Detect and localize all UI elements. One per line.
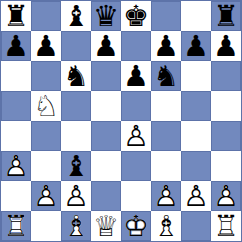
piece-glyph-fill: ♝ <box>61 211 91 241</box>
piece-glyph-outline: ♙ <box>31 181 61 211</box>
piece-glyph-fill: ♚ <box>121 211 151 241</box>
square-h8[interactable]: ♜ <box>211 1 241 31</box>
piece-glyph-outline: ♖ <box>1 211 31 241</box>
piece-glyph: ♞ <box>61 61 91 91</box>
piece-glyph-fill: ♟ <box>121 121 151 151</box>
piece-glyph-fill: ♜ <box>1 211 31 241</box>
piece-glyph-fill: ♛ <box>91 211 121 241</box>
piece-glyph: ♜ <box>1 1 31 31</box>
square-a2[interactable] <box>1 181 31 211</box>
square-g7[interactable]: ♟ <box>181 31 211 61</box>
square-b3[interactable] <box>31 151 61 181</box>
square-g4[interactable] <box>181 121 211 151</box>
piece-glyph-fill: ♟ <box>211 181 241 211</box>
piece-glyph: ♟ <box>151 31 181 61</box>
piece-glyph: ♟ <box>91 31 121 61</box>
square-a3[interactable]: ♟♙ <box>1 151 31 181</box>
piece-glyph: ♝ <box>61 1 91 31</box>
piece-glyph: ♞ <box>151 61 181 91</box>
piece-glyph-fill: ♞ <box>31 91 61 121</box>
square-a7[interactable]: ♟ <box>1 31 31 61</box>
square-f1[interactable]: ♝♗ <box>151 211 181 241</box>
piece-black-queen: ♛ <box>91 1 121 31</box>
chess-board: ♜♝♛♚♜♟♟♟♟♟♟♞♟♞♞♘♟♙♟♙♝♟♙♟♙♟♙♟♙♟♙♜♖♝♗♛♕♚♔♝… <box>0 0 242 242</box>
piece-black-king: ♚ <box>121 1 151 31</box>
square-e8[interactable]: ♚ <box>121 1 151 31</box>
square-c7[interactable] <box>61 31 91 61</box>
piece-glyph-outline: ♕ <box>91 211 121 241</box>
square-b7[interactable]: ♟ <box>31 31 61 61</box>
piece-white-bishop: ♝♗ <box>61 211 91 241</box>
piece-glyph-outline: ♙ <box>181 181 211 211</box>
square-e5[interactable] <box>121 91 151 121</box>
square-h7[interactable]: ♟ <box>211 31 241 61</box>
piece-glyph: ♜ <box>211 1 241 31</box>
square-a5[interactable] <box>1 91 31 121</box>
square-f8[interactable] <box>151 1 181 31</box>
square-d6[interactable] <box>91 61 121 91</box>
piece-glyph: ♟ <box>121 61 151 91</box>
square-c2[interactable]: ♟♙ <box>61 181 91 211</box>
piece-glyph-fill: ♟ <box>1 151 31 181</box>
piece-black-pawn: ♟ <box>31 31 61 61</box>
square-b8[interactable] <box>31 1 61 31</box>
piece-black-pawn: ♟ <box>181 31 211 61</box>
square-e7[interactable] <box>121 31 151 61</box>
square-g6[interactable] <box>181 61 211 91</box>
piece-glyph: ♚ <box>121 1 151 31</box>
square-d8[interactable]: ♛ <box>91 1 121 31</box>
square-f3[interactable] <box>151 151 181 181</box>
square-c4[interactable] <box>61 121 91 151</box>
square-f2[interactable]: ♟♙ <box>151 181 181 211</box>
square-b4[interactable] <box>31 121 61 151</box>
piece-glyph: ♟ <box>181 31 211 61</box>
piece-glyph-outline: ♙ <box>1 151 31 181</box>
square-b2[interactable]: ♟♙ <box>31 181 61 211</box>
piece-glyph-outline: ♙ <box>61 181 91 211</box>
piece-glyph-fill: ♟ <box>181 181 211 211</box>
square-a4[interactable] <box>1 121 31 151</box>
square-h1[interactable]: ♜♖ <box>211 211 241 241</box>
piece-white-rook: ♜♖ <box>211 211 241 241</box>
piece-glyph: ♝ <box>61 151 91 181</box>
square-e2[interactable] <box>121 181 151 211</box>
square-h2[interactable]: ♟♙ <box>211 181 241 211</box>
square-h5[interactable] <box>211 91 241 121</box>
piece-glyph-outline: ♖ <box>211 211 241 241</box>
piece-glyph-outline: ♗ <box>61 211 91 241</box>
square-b5[interactable]: ♞♘ <box>31 91 61 121</box>
piece-glyph: ♟ <box>211 31 241 61</box>
square-f7[interactable]: ♟ <box>151 31 181 61</box>
square-g8[interactable] <box>181 1 211 31</box>
square-d5[interactable] <box>91 91 121 121</box>
piece-glyph: ♟ <box>31 31 61 61</box>
piece-glyph-outline: ♙ <box>121 121 151 151</box>
piece-black-pawn: ♟ <box>1 31 31 61</box>
square-c6[interactable]: ♞ <box>61 61 91 91</box>
square-e3[interactable] <box>121 151 151 181</box>
piece-white-pawn: ♟♙ <box>61 181 91 211</box>
square-g2[interactable]: ♟♙ <box>181 181 211 211</box>
piece-glyph-outline: ♗ <box>151 211 181 241</box>
piece-white-rook: ♜♖ <box>1 211 31 241</box>
square-g5[interactable] <box>181 91 211 121</box>
piece-white-knight: ♞♘ <box>31 91 61 121</box>
square-d2[interactable] <box>91 181 121 211</box>
piece-black-rook: ♜ <box>211 1 241 31</box>
piece-glyph-fill: ♟ <box>61 181 91 211</box>
piece-white-pawn: ♟♙ <box>31 181 61 211</box>
piece-black-pawn: ♟ <box>211 31 241 61</box>
square-g3[interactable] <box>181 151 211 181</box>
piece-glyph-outline: ♔ <box>121 211 151 241</box>
piece-black-pawn: ♟ <box>91 31 121 61</box>
piece-glyph-outline: ♙ <box>211 181 241 211</box>
piece-glyph: ♟ <box>1 31 31 61</box>
piece-white-pawn: ♟♙ <box>1 151 31 181</box>
square-c8[interactable]: ♝ <box>61 1 91 31</box>
piece-black-bishop: ♝ <box>61 1 91 31</box>
square-h6[interactable] <box>211 61 241 91</box>
piece-black-pawn: ♟ <box>151 31 181 61</box>
square-h3[interactable] <box>211 151 241 181</box>
piece-glyph-fill: ♝ <box>151 211 181 241</box>
piece-glyph-fill: ♜ <box>211 211 241 241</box>
piece-white-king: ♚♔ <box>121 211 151 241</box>
square-a1[interactable]: ♜♖ <box>1 211 31 241</box>
square-d3[interactable] <box>91 151 121 181</box>
square-e1[interactable]: ♚♔ <box>121 211 151 241</box>
piece-white-pawn: ♟♙ <box>181 181 211 211</box>
square-f6[interactable]: ♞ <box>151 61 181 91</box>
piece-black-knight: ♞ <box>151 61 181 91</box>
square-a8[interactable]: ♜ <box>1 1 31 31</box>
square-g1[interactable] <box>181 211 211 241</box>
square-e6[interactable]: ♟ <box>121 61 151 91</box>
piece-white-bishop: ♝♗ <box>151 211 181 241</box>
piece-white-queen: ♛♕ <box>91 211 121 241</box>
piece-glyph-fill: ♟ <box>151 181 181 211</box>
square-d4[interactable] <box>91 121 121 151</box>
piece-white-pawn: ♟♙ <box>121 121 151 151</box>
square-c3[interactable]: ♝ <box>61 151 91 181</box>
square-f4[interactable] <box>151 121 181 151</box>
square-h4[interactable] <box>211 121 241 151</box>
square-e4[interactable]: ♟♙ <box>121 121 151 151</box>
piece-glyph-fill: ♟ <box>31 181 61 211</box>
piece-glyph: ♛ <box>91 1 121 31</box>
square-f5[interactable] <box>151 91 181 121</box>
square-b6[interactable] <box>31 61 61 91</box>
piece-black-bishop: ♝ <box>61 151 91 181</box>
piece-black-pawn: ♟ <box>121 61 151 91</box>
square-b1[interactable] <box>31 211 61 241</box>
square-c1[interactable]: ♝♗ <box>61 211 91 241</box>
piece-white-pawn: ♟♙ <box>211 181 241 211</box>
piece-glyph-outline: ♙ <box>151 181 181 211</box>
piece-glyph-outline: ♘ <box>31 91 61 121</box>
square-d1[interactable]: ♛♕ <box>91 211 121 241</box>
square-c5[interactable] <box>61 91 91 121</box>
piece-white-pawn: ♟♙ <box>151 181 181 211</box>
square-a6[interactable] <box>1 61 31 91</box>
piece-black-rook: ♜ <box>1 1 31 31</box>
piece-black-knight: ♞ <box>61 61 91 91</box>
square-d7[interactable]: ♟ <box>91 31 121 61</box>
